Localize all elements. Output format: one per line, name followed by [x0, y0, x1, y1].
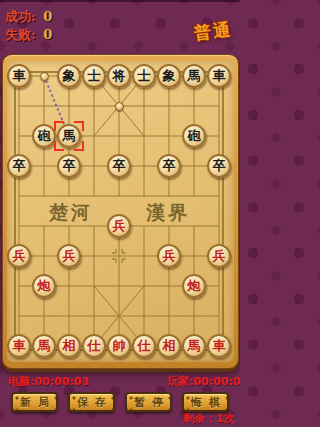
- piece-bP[interactable]: 卒: [107, 154, 131, 178]
- piece-bA[interactable]: 士: [132, 64, 156, 88]
- move-origin-marker: [115, 102, 124, 111]
- piece-bP[interactable]: 卒: [157, 154, 181, 178]
- new-game-label: 新局: [20, 395, 56, 410]
- fail-counter: 失败: 0: [5, 26, 52, 42]
- piece-rP[interactable]: 兵: [207, 244, 231, 268]
- xiangqi-board[interactable]: 楚河 漢界 車象士将士象馬車砲馬砲卒卒卒卒卒兵兵兵兵兵炮炮車馬相仕帥仕相馬車: [7, 61, 234, 362]
- pause-label: 暂停: [134, 395, 170, 410]
- top-edge-strip: [0, 0, 240, 2]
- piece-rN[interactable]: 馬: [182, 334, 206, 358]
- success-label: 成功:: [5, 9, 36, 24]
- piece-rP[interactable]: 兵: [157, 244, 181, 268]
- piece-rR[interactable]: 車: [207, 334, 231, 358]
- piece-rP[interactable]: 兵: [7, 244, 31, 268]
- piece-bB[interactable]: 象: [157, 64, 181, 88]
- piece-rC[interactable]: 炮: [32, 274, 56, 298]
- piece-rA[interactable]: 仕: [132, 334, 156, 358]
- piece-bP[interactable]: 卒: [207, 154, 231, 178]
- success-counter: 成功: 0: [5, 8, 52, 24]
- computer-timer: 电脑:00:00:03: [8, 374, 89, 389]
- piece-bB[interactable]: 象: [57, 64, 81, 88]
- move-origin-marker: [40, 72, 49, 81]
- piece-bK[interactable]: 将: [107, 64, 131, 88]
- piece-bR[interactable]: 車: [207, 64, 231, 88]
- success-value: 0: [43, 9, 52, 24]
- piece-bP[interactable]: 卒: [57, 154, 81, 178]
- piece-rB[interactable]: 相: [57, 334, 81, 358]
- piece-bC[interactable]: 砲: [32, 124, 56, 148]
- piece-bN[interactable]: 馬: [182, 64, 206, 88]
- piece-bA[interactable]: 士: [82, 64, 106, 88]
- piece-bR[interactable]: 車: [7, 64, 31, 88]
- piece-rP[interactable]: 兵: [57, 244, 81, 268]
- player-timer: 玩家:00:00:00: [167, 374, 240, 389]
- undo-label: 悔棋: [191, 395, 227, 410]
- pause-button[interactable]: 暂停: [125, 392, 172, 412]
- piece-rN[interactable]: 馬: [32, 334, 56, 358]
- piece-rK[interactable]: 帥: [107, 334, 131, 358]
- piece-rP[interactable]: 兵: [107, 214, 131, 238]
- piece-bP[interactable]: 卒: [7, 154, 31, 178]
- piece-rA[interactable]: 仕: [82, 334, 106, 358]
- fail-label: 失败:: [5, 27, 36, 42]
- new-game-button[interactable]: 新局: [11, 392, 58, 412]
- undo-remaining-note: 剩余：1次: [183, 411, 235, 426]
- piece-rR[interactable]: 車: [7, 334, 31, 358]
- undo-button[interactable]: 悔棋: [182, 392, 229, 412]
- piece-rC[interactable]: 炮: [182, 274, 206, 298]
- fail-value: 0: [43, 27, 52, 42]
- piece-bN[interactable]: 馬: [57, 124, 81, 148]
- piece-bC[interactable]: 砲: [182, 124, 206, 148]
- board-frame: 楚河 漢界 車象士将士象馬車砲馬砲卒卒卒卒卒兵兵兵兵兵炮炮車馬相仕帥仕相馬車: [2, 54, 239, 369]
- piece-rB[interactable]: 相: [157, 334, 181, 358]
- save-label: 保存: [77, 395, 113, 410]
- difficulty-button[interactable]: 普通: [193, 18, 234, 45]
- save-button[interactable]: 保存: [68, 392, 115, 412]
